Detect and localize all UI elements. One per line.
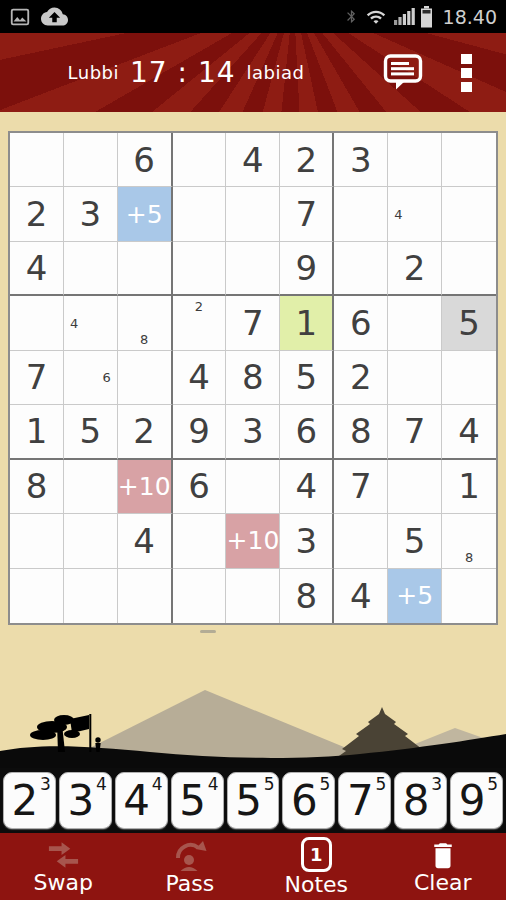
board-cell-r7c8[interactable] [388,460,442,514]
board-cell-r7c5[interactable] [226,460,280,514]
battery-icon [420,6,433,28]
board-cell-r9c9[interactable] [442,569,496,623]
status-bar-notifications [9,3,68,30]
board-cell-r7c4[interactable]: 6 [173,460,227,514]
board-cell-r9c5[interactable] [226,569,280,623]
board-cell-r1c1[interactable] [10,133,64,187]
status-bar: 18.40 [0,0,506,33]
pencil-notes: 8 [444,516,494,565]
bluetooth-icon [344,6,359,27]
board-cell-r4c8[interactable] [388,296,442,350]
clock: 18.40 [443,6,497,28]
board-cell-r8c1[interactable] [10,514,64,568]
clear-label: Clear [414,872,472,894]
rack-tile-7-pts5[interactable]: 75 [338,772,391,829]
board-cell-r8c7[interactable] [334,514,388,568]
note-digit: 4 [390,206,406,222]
board-cell-r3c2[interactable] [64,242,118,296]
board-cell-r3c6[interactable]: 9 [280,242,334,296]
tile-digit: 5 [179,780,206,822]
board-cell-r5c6[interactable]: 5 [280,351,334,405]
wifi-icon [364,7,388,27]
sudoku-board: 642323+57449248271657648521529368748+106… [8,131,498,625]
board-cell-r7c2[interactable] [64,460,118,514]
board-cell-r3c1[interactable]: 4 [10,242,64,296]
rack-tile-5-pts4[interactable]: 54 [171,772,224,829]
bonus-cell-r7c3[interactable]: +10 [118,460,173,514]
tile-points: 3 [40,774,51,794]
board-cell-r5c1[interactable]: 7 [10,351,64,405]
board-cell-r4c4[interactable]: 2 [173,296,227,350]
board-cell-r2c6[interactable]: 7 [280,187,334,241]
match-score: Lubbi 17 : 14 labiad [0,33,372,112]
tile-points: 4 [96,774,107,794]
match-header: Lubbi 17 : 14 labiad [0,33,506,112]
bottom-toolbar: Swap Pass 1 Notes Clear [0,833,506,900]
note-digit: 4 [66,315,82,331]
board-cell-r6c2[interactable]: 5 [64,405,118,459]
notes-badge-icon: 1 [301,837,332,872]
board-cell-r5c8[interactable] [388,351,442,405]
board-cell-r6c8[interactable]: 7 [388,405,442,459]
player-left-name: Lubbi [68,62,119,83]
signal-strength-icon [393,7,415,26]
bonus-cell-r9c8[interactable]: +5 [388,569,442,623]
board-cell-r3c7[interactable] [334,242,388,296]
score-value: 17 : 14 [130,56,236,89]
board-cell-r6c5[interactable]: 3 [226,405,280,459]
app-screen: 18.40 Lubbi 17 : 14 labiad 642323+574492… [0,0,506,900]
trash-icon [428,839,458,870]
note-digit: 6 [98,369,114,385]
pencil-notes: 8 [120,298,169,347]
tile-rack: 233444545565758395 [0,768,506,833]
board-cell-r1c7[interactable]: 3 [334,133,388,187]
chat-icon [383,53,423,93]
board-cell-r4c7[interactable]: 6 [334,296,388,350]
tile-points: 3 [431,774,442,794]
board-cell-r1c3[interactable]: 6 [118,133,173,187]
tile-digit: 6 [291,780,318,822]
board-cell-r1c2[interactable] [64,133,118,187]
board-cell-r9c2[interactable] [64,569,118,623]
board-cell-r2c8[interactable]: 4 [388,187,442,241]
board-cell-r3c5[interactable] [226,242,280,296]
tile-points: 4 [208,774,219,794]
board-cell-r7c9[interactable]: 1 [442,460,496,514]
player-right-name: labiad [247,62,305,83]
pencil-notes: 6 [66,353,115,402]
board-cell-r3c3[interactable] [118,242,173,296]
rack-tile-5-pts5[interactable]: 55 [227,772,280,829]
board-cell-r7c7[interactable]: 7 [334,460,388,514]
clear-button[interactable]: Clear [380,833,506,900]
board-cell-r8c2[interactable] [64,514,118,568]
board-cell-r5c4[interactable]: 4 [173,351,227,405]
swap-button[interactable]: Swap [0,833,127,900]
board-cell-r5c7[interactable]: 2 [334,351,388,405]
board-cell-r8c9[interactable]: 8 [442,514,496,568]
board-cell-r4c3[interactable]: 8 [118,296,173,350]
cloud-upload-icon [41,3,68,30]
overflow-menu-button[interactable] [461,54,473,92]
tile-digit: 7 [347,780,374,822]
board-cell-r1c6[interactable]: 2 [280,133,334,187]
board-cell-r6c1[interactable]: 1 [10,405,64,459]
board-cell-r2c9[interactable] [442,187,496,241]
rack-tile-9-pts5[interactable]: 95 [450,772,503,829]
board-cell-r1c4[interactable] [173,133,227,187]
gallery-icon [9,6,31,28]
board-cell-r4c6[interactable]: 1 [280,296,334,350]
note-digit: 2 [191,298,207,314]
board-cell-r5c2[interactable]: 6 [64,351,118,405]
rack-tile-3-pts4[interactable]: 34 [59,772,112,829]
pass-button[interactable]: Pass [127,833,254,900]
board-cell-r4c5[interactable]: 7 [226,296,280,350]
note-digit: 8 [136,331,152,347]
landscape-scene: You played 1 scored 3 [0,630,506,768]
board-cell-r1c5[interactable]: 4 [226,133,280,187]
board-cell-r5c5[interactable]: 8 [226,351,280,405]
board-cell-r8c3[interactable]: 4 [118,514,173,568]
board-cell-r4c9[interactable]: 5 [442,296,496,350]
landscape-illustration [0,630,506,768]
board-cell-r7c1[interactable]: 8 [10,460,64,514]
tile-digit: 9 [459,780,486,822]
board-cell-r6c7[interactable]: 8 [334,405,388,459]
board-cell-r8c6[interactable]: 3 [280,514,334,568]
tile-digit: 5 [235,780,262,822]
board-cell-r3c9[interactable] [442,242,496,296]
tile-points: 5 [264,774,275,794]
board-cell-r3c8[interactable]: 2 [388,242,442,296]
board-cell-r6c3[interactable]: 2 [118,405,173,459]
rack-tile-4-pts4[interactable]: 44 [115,772,168,829]
swap-arrows-icon [46,840,81,870]
note-digit: 8 [461,549,478,565]
tile-digit: 2 [12,780,39,822]
rack-tile-6-pts5[interactable]: 65 [282,772,335,829]
board-cell-r2c4[interactable] [173,187,227,241]
board-cell-r8c8[interactable]: 5 [388,514,442,568]
board-cell-r8c4[interactable] [173,514,227,568]
board-cell-r2c5[interactable] [226,187,280,241]
board-cell-r1c8[interactable] [388,133,442,187]
pencil-notes: 2 [175,298,224,347]
tile-points: 5 [487,774,498,794]
board-cell-r4c2[interactable]: 4 [64,296,118,350]
overflow-menu-icon [461,54,472,64]
board-cell-r2c7[interactable] [334,187,388,241]
board-cell-r2c1[interactable]: 2 [10,187,64,241]
board-cell-r5c9[interactable] [442,351,496,405]
tile-points: 5 [320,774,331,794]
board-cell-r9c1[interactable] [10,569,64,623]
board-cell-r6c6[interactable]: 6 [280,405,334,459]
notes-button[interactable]: 1 Notes [253,833,380,900]
pass-turn-icon [172,839,208,871]
board-cell-r7c6[interactable]: 4 [280,460,334,514]
board-cell-r6c9[interactable]: 4 [442,405,496,459]
tile-digit: 3 [67,780,94,822]
tile-digit: 4 [123,780,150,822]
bonus-cell-r8c5[interactable]: +10 [226,514,280,568]
rack-tile-8-pts3[interactable]: 83 [394,772,447,829]
board-cell-r9c6[interactable]: 8 [280,569,334,623]
tile-points: 5 [375,774,386,794]
board-cell-r5c3[interactable] [118,351,173,405]
notes-label: Notes [284,874,348,896]
board-cell-r9c4[interactable] [173,569,227,623]
board-cell-r9c7[interactable]: 4 [334,569,388,623]
board-cell-r2c2[interactable]: 3 [64,187,118,241]
bonus-cell-r2c3[interactable]: +5 [118,187,173,241]
pencil-notes: 4 [390,189,439,238]
board-cell-r6c4[interactable]: 9 [173,405,227,459]
board-cell-r9c3[interactable] [118,569,173,623]
board-cell-r3c4[interactable] [173,242,227,296]
board-cell-r4c1[interactable] [10,296,64,350]
pencil-notes: 4 [66,298,115,347]
chat-button[interactable] [383,53,423,93]
status-bar-system-icons: 18.40 [344,6,497,28]
board-cell-r1c9[interactable] [442,133,496,187]
swap-label: Swap [34,872,93,894]
tile-points: 4 [152,774,163,794]
tile-digit: 8 [403,780,430,822]
rack-tile-2-pts3[interactable]: 23 [3,772,56,829]
pass-label: Pass [165,873,214,895]
